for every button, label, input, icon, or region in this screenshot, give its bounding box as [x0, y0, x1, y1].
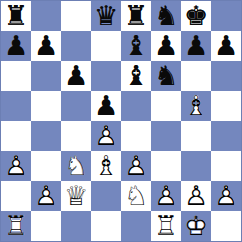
white-knight: ♞♘	[121, 181, 151, 211]
square-e8[interactable]: ♜	[121, 1, 151, 31]
white-pawn: ♟♙	[91, 121, 121, 151]
square-b8[interactable]	[31, 1, 61, 31]
white-pawn-outline-glyph: ♙	[151, 181, 181, 211]
black-pawn: ♟	[91, 91, 121, 121]
square-h5[interactable]	[211, 91, 241, 121]
black-pawn: ♟	[151, 31, 181, 61]
black-rook-glyph: ♜	[1, 1, 31, 31]
black-pawn-glyph: ♟	[211, 31, 241, 61]
black-pawn-glyph: ♟	[61, 61, 91, 91]
white-rook-outline-glyph: ♖	[1, 211, 31, 241]
square-a3[interactable]: ♟♙	[1, 151, 31, 181]
square-a1[interactable]: ♜♖	[1, 211, 31, 241]
square-b5[interactable]	[31, 91, 61, 121]
square-b7[interactable]: ♟	[31, 31, 61, 61]
white-pawn: ♟♙	[1, 151, 31, 181]
square-b3[interactable]	[31, 151, 61, 181]
white-knight-outline-glyph: ♘	[61, 151, 91, 181]
white-pawn-outline-glyph: ♙	[91, 121, 121, 151]
square-a8[interactable]: ♜	[1, 1, 31, 31]
square-a5[interactable]	[1, 91, 31, 121]
black-pawn-glyph: ♟	[151, 31, 181, 61]
square-f5[interactable]	[151, 91, 181, 121]
square-b1[interactable]	[31, 211, 61, 241]
black-pawn-glyph: ♟	[181, 31, 211, 61]
square-c2[interactable]: ♛♕	[61, 181, 91, 211]
white-rook: ♜♖	[151, 211, 181, 241]
white-pawn-outline-glyph: ♙	[121, 151, 151, 181]
square-e3[interactable]: ♟♙	[121, 151, 151, 181]
square-f1[interactable]: ♜♖	[151, 211, 181, 241]
white-bishop-outline-glyph: ♗	[181, 91, 211, 121]
square-a7[interactable]: ♟	[1, 31, 31, 61]
black-pawn: ♟	[61, 61, 91, 91]
square-d3[interactable]: ♝♗	[91, 151, 121, 181]
white-pawn: ♟♙	[31, 181, 61, 211]
black-pawn: ♟	[31, 31, 61, 61]
square-a6[interactable]	[1, 61, 31, 91]
square-g8[interactable]: ♚	[181, 1, 211, 31]
square-h1[interactable]	[211, 211, 241, 241]
square-b2[interactable]: ♟♙	[31, 181, 61, 211]
square-h3[interactable]	[211, 151, 241, 181]
white-king-outline-glyph: ♔	[181, 211, 211, 241]
white-pawn-outline-glyph: ♙	[1, 151, 31, 181]
square-c6[interactable]: ♟	[61, 61, 91, 91]
square-b4[interactable]	[31, 121, 61, 151]
black-knight: ♞	[151, 1, 181, 31]
square-d8[interactable]: ♛	[91, 1, 121, 31]
black-king-glyph: ♚	[181, 1, 211, 31]
black-bishop: ♝	[121, 61, 151, 91]
white-queen-outline-glyph: ♕	[61, 181, 91, 211]
white-rook-outline-glyph: ♖	[151, 211, 181, 241]
square-c8[interactable]	[61, 1, 91, 31]
black-rook: ♜	[121, 1, 151, 31]
square-f8[interactable]: ♞	[151, 1, 181, 31]
white-bishop-outline-glyph: ♗	[91, 151, 121, 181]
square-d2[interactable]	[91, 181, 121, 211]
white-pawn: ♟♙	[181, 181, 211, 211]
square-g1[interactable]: ♚♔	[181, 211, 211, 241]
black-bishop-glyph: ♝	[121, 61, 151, 91]
square-h2[interactable]: ♟♙	[211, 181, 241, 211]
square-e1[interactable]	[121, 211, 151, 241]
square-f4[interactable]	[151, 121, 181, 151]
black-queen-glyph: ♛	[91, 1, 121, 31]
black-knight-glyph: ♞	[151, 1, 181, 31]
white-pawn: ♟♙	[121, 151, 151, 181]
white-bishop: ♝♗	[91, 151, 121, 181]
black-pawn: ♟	[181, 31, 211, 61]
square-a4[interactable]	[1, 121, 31, 151]
black-knight: ♞	[151, 61, 181, 91]
black-pawn: ♟	[1, 31, 31, 61]
square-h8[interactable]	[211, 1, 241, 31]
square-e4[interactable]	[121, 121, 151, 151]
white-pawn: ♟♙	[211, 181, 241, 211]
white-bishop: ♝♗	[181, 91, 211, 121]
black-bishop-glyph: ♝	[121, 31, 151, 61]
black-rook-glyph: ♜	[121, 1, 151, 31]
black-pawn-glyph: ♟	[1, 31, 31, 61]
square-g6[interactable]	[181, 61, 211, 91]
square-e5[interactable]	[121, 91, 151, 121]
black-pawn: ♟	[211, 31, 241, 61]
white-knight: ♞♘	[61, 151, 91, 181]
square-d4[interactable]: ♟♙	[91, 121, 121, 151]
white-knight-outline-glyph: ♘	[121, 181, 151, 211]
square-f3[interactable]	[151, 151, 181, 181]
square-a2[interactable]	[1, 181, 31, 211]
square-b6[interactable]	[31, 61, 61, 91]
square-e7[interactable]: ♝	[121, 31, 151, 61]
square-g5[interactable]: ♝♗	[181, 91, 211, 121]
square-g4[interactable]	[181, 121, 211, 151]
square-c4[interactable]	[61, 121, 91, 151]
white-pawn-outline-glyph: ♙	[181, 181, 211, 211]
square-h7[interactable]: ♟	[211, 31, 241, 61]
white-queen: ♛♕	[61, 181, 91, 211]
white-rook: ♜♖	[1, 211, 31, 241]
square-g2[interactable]: ♟♙	[181, 181, 211, 211]
square-c5[interactable]	[61, 91, 91, 121]
square-h6[interactable]	[211, 61, 241, 91]
black-bishop: ♝	[121, 31, 151, 61]
square-c7[interactable]	[61, 31, 91, 61]
square-c3[interactable]: ♞♘	[61, 151, 91, 181]
black-queen: ♛	[91, 1, 121, 31]
square-d1[interactable]	[91, 211, 121, 241]
white-pawn: ♟♙	[151, 181, 181, 211]
square-e2[interactable]: ♞♘	[121, 181, 151, 211]
black-king: ♚	[181, 1, 211, 31]
chess-board: ♜♛♜♞♚♟♟♝♟♟♟♟♝♞♟♝♗♟♙♟♙♞♘♝♗♟♙♟♙♛♕♞♘♟♙♟♙♟♙♜…	[0, 0, 242, 242]
square-d7[interactable]	[91, 31, 121, 61]
black-pawn-glyph: ♟	[31, 31, 61, 61]
black-knight-glyph: ♞	[151, 61, 181, 91]
square-f7[interactable]: ♟	[151, 31, 181, 61]
square-g7[interactable]: ♟	[181, 31, 211, 61]
square-d6[interactable]	[91, 61, 121, 91]
square-f2[interactable]: ♟♙	[151, 181, 181, 211]
black-pawn-glyph: ♟	[91, 91, 121, 121]
white-pawn-outline-glyph: ♙	[31, 181, 61, 211]
square-g3[interactable]	[181, 151, 211, 181]
square-d5[interactable]: ♟	[91, 91, 121, 121]
black-rook: ♜	[1, 1, 31, 31]
white-pawn-outline-glyph: ♙	[211, 181, 241, 211]
square-h4[interactable]	[211, 121, 241, 151]
square-e6[interactable]: ♝	[121, 61, 151, 91]
square-c1[interactable]	[61, 211, 91, 241]
white-king: ♚♔	[181, 211, 211, 241]
square-f6[interactable]: ♞	[151, 61, 181, 91]
